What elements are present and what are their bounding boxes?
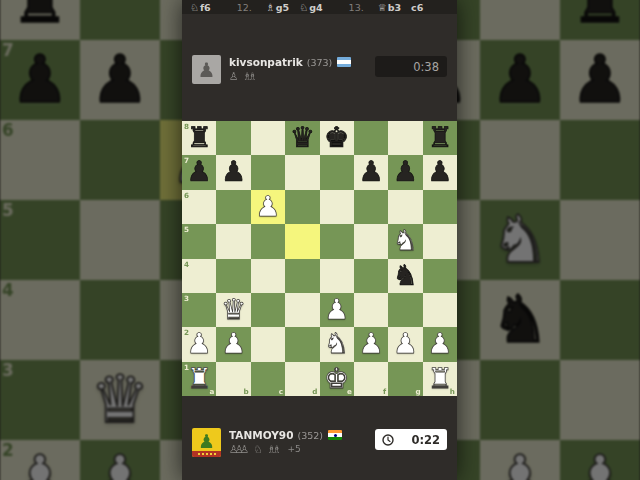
chess-board[interactable]: 8♜♛♚♜7♟♟♟♟♟6♟5♞4♞3♛♟2♟♟♞♟♟♟1a♜bcde♚fgh♜	[182, 121, 457, 396]
white-queen[interactable]: ♛	[221, 296, 246, 324]
white-pawn[interactable]: ♟	[255, 193, 280, 221]
square-c4[interactable]	[251, 259, 285, 293]
captured-pawn-group: ♙	[229, 70, 238, 82]
figurine-icon: ♘	[299, 2, 308, 13]
move-list-strip[interactable]: ♘f612.♗g5♘g413.♕b3c6	[182, 0, 457, 14]
rank-label-4: 4	[184, 261, 189, 268]
player-top-avatar[interactable]: ♟	[192, 55, 221, 84]
square-d7[interactable]	[285, 155, 319, 189]
player-bottom-rating: (352)	[297, 430, 323, 441]
file-label-e: e	[347, 388, 352, 395]
screenshot-root: 8♜♛♚♜7♟♟♟♟♟6♟5♞4♞3♛♟2♟♟♞♟♟♟1a♜bcde♚fgh♜ …	[0, 0, 640, 480]
square-b3[interactable]: ♛	[216, 293, 250, 327]
square-g4[interactable]: ♞	[388, 259, 422, 293]
move-entry[interactable]: ♗g5	[266, 2, 289, 13]
captured-bishop-icon: ♗	[272, 443, 281, 455]
black-rook[interactable]: ♜	[427, 124, 452, 152]
captured-bishop-icon: ♗	[248, 70, 257, 82]
square-e6[interactable]	[320, 190, 354, 224]
white-knight[interactable]: ♞	[324, 330, 349, 358]
player-top-info: kivsonpatrik (373) ♙♗♗	[229, 56, 351, 81]
player-bottom-clock: 0:22	[375, 429, 447, 450]
player-top-row: ♟ kivsonpatrik (373) ♙♗♗ 0:38	[192, 55, 447, 87]
rank-label-7: 7	[184, 157, 189, 164]
argentina-flag-icon	[337, 57, 351, 67]
square-g1[interactable]: g	[388, 362, 422, 396]
pawn-avatar-icon: ♟	[198, 60, 216, 80]
player-bottom-row: ♟ TANMOY90 (352) ♙♙♙♘♗♗+5 0:22	[192, 428, 447, 460]
player-bottom-avatar[interactable]: ♟	[192, 428, 221, 457]
square-a3[interactable]: 3	[182, 293, 216, 327]
white-pawn[interactable]: ♟	[187, 330, 212, 358]
square-h5[interactable]	[423, 224, 457, 258]
square-e4[interactable]	[320, 259, 354, 293]
file-label-h: h	[450, 388, 455, 395]
white-rook[interactable]: ♜	[427, 365, 452, 393]
rank-label-2: 2	[184, 329, 189, 336]
square-g8[interactable]	[388, 121, 422, 155]
square-c5[interactable]	[251, 224, 285, 258]
square-f4[interactable]	[354, 259, 388, 293]
square-d2[interactable]	[285, 327, 319, 361]
player-bottom-clock-value: 0:22	[411, 433, 440, 447]
captured-pawn-group: ♙♙♙	[229, 443, 249, 455]
black-pawn[interactable]: ♟	[393, 158, 418, 186]
captured-knight-icon: ♘	[253, 443, 262, 455]
square-e5[interactable]	[320, 224, 354, 258]
square-g6[interactable]	[388, 190, 422, 224]
file-label-c: c	[279, 388, 283, 395]
square-e3[interactable]: ♟	[320, 293, 354, 327]
white-rook[interactable]: ♜	[187, 365, 212, 393]
player-bottom-name[interactable]: TANMOY90	[229, 429, 293, 441]
square-g3[interactable]	[388, 293, 422, 327]
square-g2[interactable]: ♟	[388, 327, 422, 361]
player-top-clock-value: 0:38	[413, 60, 439, 74]
file-label-d: d	[312, 388, 317, 395]
black-pawn[interactable]: ♟	[187, 158, 212, 186]
square-g7[interactable]: ♟	[388, 155, 422, 189]
white-pawn[interactable]: ♟	[358, 330, 383, 358]
square-f1[interactable]: f	[354, 362, 388, 396]
black-pawn[interactable]: ♟	[358, 158, 383, 186]
square-h4[interactable]	[423, 259, 457, 293]
square-h2[interactable]: ♟	[423, 327, 457, 361]
chess-app-panel: ♘f612.♗g5♘g413.♕b3c6 ♟ kivsonpatrik (373…	[182, 0, 457, 480]
white-pawn[interactable]: ♟	[324, 296, 349, 324]
square-a7[interactable]: 7♟	[182, 155, 216, 189]
square-h7[interactable]: ♟	[423, 155, 457, 189]
player-top-name[interactable]: kivsonpatrik	[229, 56, 303, 68]
black-knight[interactable]: ♞	[393, 262, 418, 290]
black-pawn[interactable]: ♟	[427, 158, 452, 186]
square-d1[interactable]: d	[285, 362, 319, 396]
rank-label-1: 1	[184, 364, 189, 371]
white-king[interactable]: ♚	[324, 365, 349, 393]
square-h8[interactable]: ♜	[423, 121, 457, 155]
move-number[interactable]: 13.	[349, 2, 364, 13]
square-c3[interactable]	[251, 293, 285, 327]
square-b1[interactable]: b	[216, 362, 250, 396]
square-d8[interactable]: ♛	[285, 121, 319, 155]
square-b4[interactable]	[216, 259, 250, 293]
square-a6[interactable]: 6	[182, 190, 216, 224]
move-number[interactable]: 12.	[237, 2, 252, 13]
square-c1[interactable]: c	[251, 362, 285, 396]
square-e8[interactable]: ♚	[320, 121, 354, 155]
black-king[interactable]: ♚	[324, 124, 349, 152]
square-b6[interactable]	[216, 190, 250, 224]
square-d6[interactable]	[285, 190, 319, 224]
square-b8[interactable]	[216, 121, 250, 155]
figurine-icon: ♗	[266, 2, 275, 13]
clock-icon	[382, 434, 394, 446]
square-d5[interactable]	[285, 224, 319, 258]
black-pawn[interactable]: ♟	[221, 158, 246, 186]
square-a4[interactable]: 4	[182, 259, 216, 293]
square-a1[interactable]: 1a♜	[182, 362, 216, 396]
square-c7[interactable]	[251, 155, 285, 189]
file-label-a: a	[210, 388, 215, 395]
square-c2[interactable]	[251, 327, 285, 361]
square-f3[interactable]	[354, 293, 388, 327]
square-g5[interactable]: ♞	[388, 224, 422, 258]
square-h6[interactable]	[423, 190, 457, 224]
square-f5[interactable]	[354, 224, 388, 258]
square-h1[interactable]: h♜	[423, 362, 457, 396]
square-d4[interactable]	[285, 259, 319, 293]
square-e1[interactable]: e♚	[320, 362, 354, 396]
black-queen[interactable]: ♛	[290, 124, 315, 152]
square-h3[interactable]	[423, 293, 457, 327]
captured-pawn-icon: ♙	[229, 70, 238, 82]
square-e2[interactable]: ♞	[320, 327, 354, 361]
rank-label-8: 8	[184, 123, 189, 130]
captured-knight-group: ♘	[253, 443, 262, 455]
player-top-rating: (373)	[307, 57, 333, 68]
file-label-g: g	[415, 388, 420, 395]
material-advantage: +5	[288, 444, 301, 454]
file-label-f: f	[383, 388, 386, 395]
player-bottom-info: TANMOY90 (352) ♙♙♙♘♗♗+5	[229, 429, 342, 454]
black-rook[interactable]: ♜	[187, 124, 212, 152]
square-a2[interactable]: 2♟	[182, 327, 216, 361]
figurine-icon: ♘	[190, 2, 199, 13]
square-b2[interactable]: ♟	[216, 327, 250, 361]
square-f2[interactable]: ♟	[354, 327, 388, 361]
rank-label-6: 6	[184, 192, 189, 199]
captured-bishop-group: ♗♗	[242, 70, 257, 82]
move-entry[interactable]: ♘g4	[299, 2, 322, 13]
square-a8[interactable]: 8♜	[182, 121, 216, 155]
figurine-icon: ♕	[378, 2, 387, 13]
white-pawn[interactable]: ♟	[221, 330, 246, 358]
white-knight[interactable]: ♞	[393, 227, 418, 255]
file-label-b: b	[244, 388, 249, 395]
captured-bishop-group: ♗♗	[267, 443, 282, 455]
move-entry[interactable]: ♘f6	[190, 2, 211, 13]
custom-avatar-icon: ♟	[198, 432, 215, 451]
square-b7[interactable]: ♟	[216, 155, 250, 189]
square-f8[interactable]	[354, 121, 388, 155]
avatar-banner	[192, 451, 221, 457]
square-e7[interactable]	[320, 155, 354, 189]
captured-pieces-bottom: ♙♙♙♘♗♗+5	[229, 443, 342, 454]
captured-pawn-icon: ♙	[240, 443, 249, 455]
move-entry[interactable]: c6	[411, 2, 423, 13]
square-f7[interactable]: ♟	[354, 155, 388, 189]
square-c8[interactable]	[251, 121, 285, 155]
rank-label-5: 5	[184, 226, 189, 233]
rank-label-3: 3	[184, 295, 189, 302]
square-a5[interactable]: 5	[182, 224, 216, 258]
square-d3[interactable]	[285, 293, 319, 327]
square-b5[interactable]	[216, 224, 250, 258]
move-entry[interactable]: ♕b3	[378, 2, 401, 13]
player-top-clock: 0:38	[375, 56, 447, 77]
india-flag-icon	[328, 430, 342, 440]
white-pawn[interactable]: ♟	[427, 330, 452, 358]
white-pawn[interactable]: ♟	[393, 330, 418, 358]
square-f6[interactable]	[354, 190, 388, 224]
square-c6[interactable]: ♟	[251, 190, 285, 224]
captured-pieces-top: ♙♗♗	[229, 70, 351, 81]
